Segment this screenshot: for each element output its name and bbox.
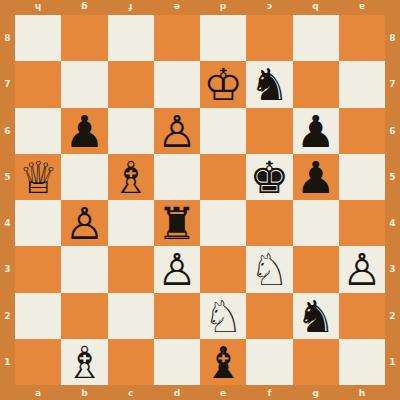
square-a8[interactable] [15,15,61,61]
square-g4[interactable] [293,200,339,246]
square-d8[interactable] [154,15,200,61]
square-a6[interactable] [15,108,61,154]
square-f7[interactable]: ♞ [246,61,292,107]
square-b4[interactable]: ♙ [61,200,107,246]
square-c2[interactable] [108,293,154,339]
file-label-top-e: e [154,0,200,15]
piece-white-pawn[interactable]: ♙ [157,248,196,292]
square-d4[interactable]: ♜ [154,200,200,246]
square-e5[interactable] [200,154,246,200]
square-g5[interactable]: ♟ [293,154,339,200]
rank-label-left-8: 8 [0,15,15,61]
square-b6[interactable]: ♟ [61,108,107,154]
file-label-bottom-d: d [154,385,200,400]
piece-black-pawn[interactable]: ♟ [296,156,335,200]
square-e2[interactable]: ♘ [200,293,246,339]
square-d7[interactable] [154,61,200,107]
square-b7[interactable] [61,61,107,107]
square-c5[interactable]: ♗ [108,154,154,200]
file-label-bottom-f: f [246,385,292,400]
square-b2[interactable] [61,293,107,339]
left-rank-labels: 87654321 [0,15,15,385]
square-f6[interactable] [246,108,292,154]
file-label-top-f: f [108,0,154,15]
piece-black-rook[interactable]: ♜ [157,202,196,246]
square-e1[interactable]: ♝ [200,339,246,385]
rank-label-right-4: 4 [385,200,400,246]
rank-label-left-6: 6 [0,108,15,154]
chess-board: ♔♞♟♙♟♕♗♚♟♙♜♙♘♙♘♞♗♝ [15,15,385,385]
right-rank-labels: 87654321 [385,15,400,385]
square-g2[interactable]: ♞ [293,293,339,339]
square-c1[interactable] [108,339,154,385]
piece-white-knight[interactable]: ♘ [203,295,242,339]
square-g3[interactable] [293,246,339,292]
rank-label-left-7: 7 [0,61,15,107]
piece-white-pawn[interactable]: ♙ [157,110,196,154]
square-d6[interactable]: ♙ [154,108,200,154]
rank-label-left-1: 1 [0,339,15,385]
piece-white-pawn[interactable]: ♙ [65,202,104,246]
piece-white-bishop[interactable]: ♗ [111,156,150,200]
file-label-top-a: a [339,0,385,15]
piece-black-knight[interactable]: ♞ [250,63,289,107]
rank-label-right-7: 7 [385,61,400,107]
square-c6[interactable] [108,108,154,154]
square-a7[interactable] [15,61,61,107]
square-e6[interactable] [200,108,246,154]
square-f2[interactable] [246,293,292,339]
square-f3[interactable]: ♘ [246,246,292,292]
chess-app: abcdefgh abcdefgh 87654321 87654321 ♔♞♟♙… [0,0,400,400]
square-b1[interactable]: ♗ [61,339,107,385]
square-f8[interactable] [246,15,292,61]
piece-black-pawn[interactable]: ♟ [65,110,104,154]
square-g6[interactable]: ♟ [293,108,339,154]
file-label-top-b: b [293,0,339,15]
piece-white-bishop[interactable]: ♗ [65,341,104,385]
square-a1[interactable] [15,339,61,385]
square-h8[interactable] [339,15,385,61]
square-a5[interactable]: ♕ [15,154,61,200]
file-label-bottom-a: a [15,385,61,400]
rank-label-right-8: 8 [385,15,400,61]
square-f5[interactable]: ♚ [246,154,292,200]
square-b3[interactable] [61,246,107,292]
square-c3[interactable] [108,246,154,292]
square-g7[interactable] [293,61,339,107]
square-d3[interactable]: ♙ [154,246,200,292]
square-h5[interactable] [339,154,385,200]
square-d1[interactable] [154,339,200,385]
piece-black-knight[interactable]: ♞ [296,295,335,339]
file-label-bottom-c: c [108,385,154,400]
file-label-bottom-g: g [293,385,339,400]
top-file-labels: abcdefgh [15,0,385,15]
rank-label-right-2: 2 [385,293,400,339]
piece-white-knight[interactable]: ♘ [250,248,289,292]
square-h1[interactable] [339,339,385,385]
piece-white-king[interactable]: ♔ [203,63,242,107]
square-e7[interactable]: ♔ [200,61,246,107]
file-label-bottom-h: h [339,385,385,400]
square-c4[interactable] [108,200,154,246]
rank-label-right-6: 6 [385,108,400,154]
square-h2[interactable] [339,293,385,339]
file-label-top-h: h [15,0,61,15]
file-label-top-c: c [246,0,292,15]
square-g8[interactable] [293,15,339,61]
square-h6[interactable] [339,108,385,154]
square-e8[interactable] [200,15,246,61]
square-e4[interactable] [200,200,246,246]
square-a4[interactable] [15,200,61,246]
rank-label-left-5: 5 [0,154,15,200]
square-h4[interactable] [339,200,385,246]
square-f1[interactable] [246,339,292,385]
piece-black-king[interactable]: ♚ [250,156,289,200]
rank-label-right-1: 1 [385,339,400,385]
piece-black-pawn[interactable]: ♟ [296,110,335,154]
square-a2[interactable] [15,293,61,339]
square-c8[interactable] [108,15,154,61]
square-b5[interactable] [61,154,107,200]
rank-label-right-3: 3 [385,246,400,292]
square-h3[interactable]: ♙ [339,246,385,292]
square-g1[interactable] [293,339,339,385]
piece-white-queen[interactable]: ♕ [18,156,57,200]
square-b8[interactable] [61,15,107,61]
square-f4[interactable] [246,200,292,246]
piece-black-bishop[interactable]: ♝ [203,341,242,385]
file-label-top-d: d [200,0,246,15]
square-a3[interactable] [15,246,61,292]
rank-label-left-4: 4 [0,200,15,246]
file-label-top-g: g [61,0,107,15]
piece-white-pawn[interactable]: ♙ [342,248,381,292]
rank-label-left-2: 2 [0,293,15,339]
rank-label-left-3: 3 [0,246,15,292]
rank-label-right-5: 5 [385,154,400,200]
square-e3[interactable] [200,246,246,292]
square-d2[interactable] [154,293,200,339]
square-h7[interactable] [339,61,385,107]
square-c7[interactable] [108,61,154,107]
square-d5[interactable] [154,154,200,200]
